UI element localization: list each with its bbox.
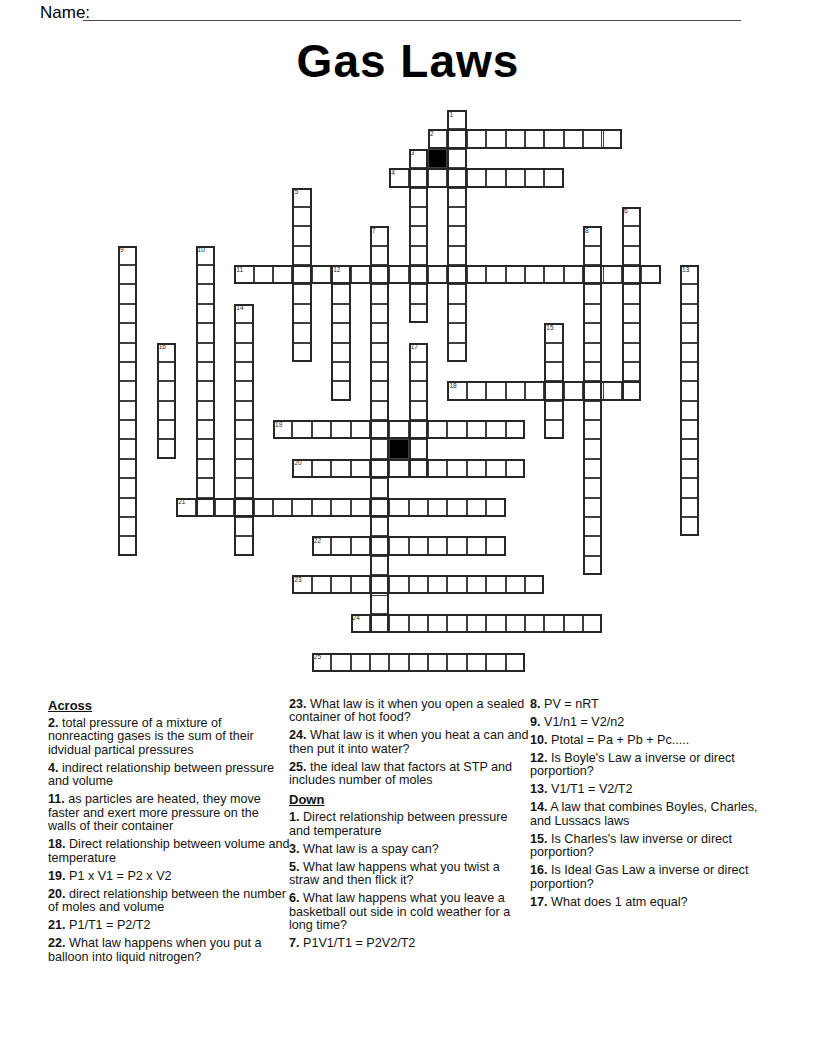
black-cell xyxy=(389,439,408,458)
grid-cell[interactable] xyxy=(118,381,137,400)
grid-cell[interactable] xyxy=(428,168,447,187)
grid-cell[interactable] xyxy=(544,362,563,381)
grid-cell[interactable] xyxy=(506,265,525,284)
grid-cell[interactable] xyxy=(447,110,466,129)
grid-cell[interactable] xyxy=(447,459,466,478)
grid-cell[interactable] xyxy=(525,381,544,400)
grid-cell[interactable] xyxy=(680,401,699,420)
grid-cell[interactable] xyxy=(234,323,253,342)
grid-cell[interactable] xyxy=(583,439,602,458)
grid-cell[interactable] xyxy=(641,265,660,284)
grid-cell[interactable] xyxy=(118,362,137,381)
grid-cell[interactable] xyxy=(292,265,311,284)
grid-cell[interactable] xyxy=(118,420,137,439)
clue-item-3: 3. What law is a spay can? xyxy=(289,843,531,856)
grid-cell[interactable] xyxy=(234,420,253,439)
grid-cell[interactable] xyxy=(196,362,215,381)
grid-cell[interactable] xyxy=(254,498,273,517)
grid-cell[interactable] xyxy=(583,362,602,381)
grid-cell[interactable] xyxy=(486,498,505,517)
grid-cell[interactable] xyxy=(292,188,311,207)
grid-cell[interactable] xyxy=(351,653,370,672)
grid-cell[interactable] xyxy=(583,265,602,284)
grid-cell[interactable] xyxy=(680,420,699,439)
grid-cell[interactable] xyxy=(370,459,389,478)
grid-cell[interactable] xyxy=(351,614,370,633)
grid-cell[interactable] xyxy=(409,188,428,207)
grid-cell[interactable] xyxy=(312,653,331,672)
grid-cell[interactable] xyxy=(292,226,311,245)
grid-cell[interactable] xyxy=(506,420,525,439)
grid-cell[interactable] xyxy=(525,168,544,187)
grid-cell[interactable] xyxy=(428,459,447,478)
grid-cell[interactable] xyxy=(447,304,466,323)
grid-cell[interactable] xyxy=(680,343,699,362)
grid-cell[interactable] xyxy=(583,420,602,439)
grid-cell[interactable] xyxy=(312,498,331,517)
grid-cell[interactable] xyxy=(447,381,466,400)
grid-cell[interactable] xyxy=(370,284,389,303)
grid-cell[interactable] xyxy=(583,129,602,148)
clue-item-4: 4. indirect relationship between pressur… xyxy=(48,762,290,789)
grid-cell[interactable] xyxy=(118,401,137,420)
grid-cell[interactable] xyxy=(622,304,641,323)
grid-cell[interactable] xyxy=(234,459,253,478)
grid-cell[interactable] xyxy=(447,265,466,284)
grid-cell[interactable] xyxy=(486,536,505,555)
grid-cell[interactable] xyxy=(680,304,699,323)
grid-cell[interactable] xyxy=(603,265,622,284)
grid-cell[interactable] xyxy=(409,498,428,517)
grid-cell[interactable] xyxy=(118,246,137,265)
grid-cell[interactable] xyxy=(273,420,292,439)
grid-cell[interactable] xyxy=(544,168,563,187)
grid-cell[interactable] xyxy=(331,304,350,323)
grid-cell[interactable] xyxy=(196,265,215,284)
grid-cell[interactable] xyxy=(312,536,331,555)
grid-cell[interactable] xyxy=(312,575,331,594)
grid-cell[interactable] xyxy=(118,478,137,497)
grid-cell[interactable] xyxy=(409,265,428,284)
clue-item-19: 19. P1 x V1 = P2 x V2 xyxy=(48,870,290,883)
grid-cell[interactable] xyxy=(196,246,215,265)
grid-cell[interactable] xyxy=(118,323,137,342)
grid-cell[interactable] xyxy=(583,323,602,342)
grid-cell[interactable] xyxy=(544,323,563,342)
grid-cell[interactable] xyxy=(506,575,525,594)
grid-cell[interactable] xyxy=(564,129,583,148)
clue-item-2: 2. total pressure of a mixture of nonrea… xyxy=(48,717,290,757)
grid-cell[interactable] xyxy=(486,614,505,633)
grid-cell[interactable] xyxy=(389,575,408,594)
grid-cell[interactable] xyxy=(447,168,466,187)
grid-cell[interactable] xyxy=(409,304,428,323)
grid-cell[interactable] xyxy=(583,246,602,265)
grid-cell[interactable] xyxy=(409,226,428,245)
grid-cell[interactable] xyxy=(157,401,176,420)
grid-cell[interactable] xyxy=(680,498,699,517)
grid-cell[interactable] xyxy=(680,517,699,536)
grid-cell[interactable] xyxy=(292,207,311,226)
grid-cell[interactable] xyxy=(351,498,370,517)
grid-cell[interactable] xyxy=(486,420,505,439)
grid-cell[interactable] xyxy=(409,459,428,478)
grid-cell[interactable] xyxy=(331,343,350,362)
grid-cell[interactable] xyxy=(409,439,428,458)
clues-down-header: Down xyxy=(289,792,531,807)
grid-cell[interactable] xyxy=(351,536,370,555)
grid-cell[interactable] xyxy=(506,459,525,478)
grid-cell[interactable] xyxy=(467,653,486,672)
grid-cell[interactable] xyxy=(176,498,195,517)
grid-cell[interactable] xyxy=(447,498,466,517)
grid-cell[interactable] xyxy=(583,498,602,517)
grid-cell[interactable] xyxy=(680,478,699,497)
grid-cell[interactable] xyxy=(583,517,602,536)
grid-cell[interactable] xyxy=(544,420,563,439)
grid-cell[interactable] xyxy=(622,265,641,284)
grid-cell[interactable] xyxy=(428,536,447,555)
grid-cell[interactable] xyxy=(409,614,428,633)
grid-cell[interactable] xyxy=(583,459,602,478)
grid-cell[interactable] xyxy=(409,343,428,362)
grid-cell[interactable] xyxy=(157,362,176,381)
grid-cell[interactable] xyxy=(409,207,428,226)
grid-cell[interactable] xyxy=(428,575,447,594)
grid-cell[interactable] xyxy=(622,323,641,342)
grid-cell[interactable] xyxy=(389,614,408,633)
grid-cell[interactable] xyxy=(118,304,137,323)
grid-cell[interactable] xyxy=(370,265,389,284)
grid-cell[interactable] xyxy=(370,614,389,633)
grid-cell[interactable] xyxy=(622,246,641,265)
grid-cell[interactable] xyxy=(525,614,544,633)
grid-cell[interactable] xyxy=(680,284,699,303)
grid-cell[interactable] xyxy=(370,536,389,555)
grid-cell[interactable] xyxy=(447,226,466,245)
grid-cell[interactable] xyxy=(447,246,466,265)
grid-cell[interactable] xyxy=(544,381,563,400)
grid-cell[interactable] xyxy=(564,265,583,284)
grid-cell[interactable] xyxy=(409,362,428,381)
grid-cell[interactable] xyxy=(506,381,525,400)
grid-cell[interactable] xyxy=(447,284,466,303)
grid-cell[interactable] xyxy=(292,459,311,478)
grid-cell[interactable] xyxy=(370,304,389,323)
grid-cell[interactable] xyxy=(467,265,486,284)
grid-cell[interactable] xyxy=(409,536,428,555)
grid-cell[interactable] xyxy=(583,614,602,633)
grid-cell[interactable] xyxy=(196,401,215,420)
grid-cell[interactable] xyxy=(409,401,428,420)
grid-cell[interactable] xyxy=(428,129,447,148)
grid-cell[interactable] xyxy=(234,517,253,536)
grid-cell[interactable] xyxy=(525,575,544,594)
grid-cell[interactable] xyxy=(447,653,466,672)
grid-cell[interactable] xyxy=(254,265,273,284)
grid-cell[interactable] xyxy=(583,343,602,362)
grid-cell[interactable] xyxy=(351,575,370,594)
grid-cell[interactable] xyxy=(486,168,505,187)
grid-cell[interactable] xyxy=(196,459,215,478)
grid-cell[interactable] xyxy=(389,459,408,478)
grid-cell[interactable] xyxy=(389,265,408,284)
grid-cell[interactable] xyxy=(467,129,486,148)
grid-cell[interactable] xyxy=(370,595,389,614)
grid-cell[interactable] xyxy=(234,536,253,555)
grid-cell[interactable] xyxy=(486,381,505,400)
grid-cell[interactable] xyxy=(447,575,466,594)
grid-cell[interactable] xyxy=(544,265,563,284)
grid-cell[interactable] xyxy=(331,498,350,517)
grid-cell[interactable] xyxy=(506,168,525,187)
grid-cell[interactable] xyxy=(196,439,215,458)
grid-cell[interactable] xyxy=(234,498,253,517)
grid-cell[interactable] xyxy=(467,575,486,594)
grid-cell[interactable] xyxy=(370,226,389,245)
grid-cell[interactable] xyxy=(370,498,389,517)
grid-cell[interactable] xyxy=(447,207,466,226)
grid-cell[interactable] xyxy=(409,168,428,187)
grid-cell[interactable] xyxy=(312,265,331,284)
grid-cell[interactable] xyxy=(583,556,602,575)
grid-cell[interactable] xyxy=(409,381,428,400)
grid-cell[interactable] xyxy=(312,459,331,478)
grid-cell[interactable] xyxy=(331,575,350,594)
grid-cell[interactable] xyxy=(196,498,215,517)
grid-cell[interactable] xyxy=(389,498,408,517)
grid-cell[interactable] xyxy=(428,498,447,517)
grid-cell[interactable] xyxy=(196,381,215,400)
grid-cell[interactable] xyxy=(331,536,350,555)
grid-cell[interactable] xyxy=(389,420,408,439)
clue-item-18: 18. Direct relationship between volume a… xyxy=(48,838,290,865)
grid-cell[interactable] xyxy=(680,323,699,342)
grid-cell[interactable] xyxy=(370,401,389,420)
grid-cell[interactable] xyxy=(196,420,215,439)
grid-cell[interactable] xyxy=(583,478,602,497)
grid-cell[interactable] xyxy=(234,304,253,323)
grid-cell[interactable] xyxy=(467,420,486,439)
grid-cell[interactable] xyxy=(118,498,137,517)
grid-cell[interactable] xyxy=(118,265,137,284)
grid-cell[interactable] xyxy=(506,653,525,672)
grid-cell[interactable] xyxy=(157,420,176,439)
grid-cell[interactable] xyxy=(544,614,563,633)
grid-cell[interactable] xyxy=(447,343,466,362)
grid-cell[interactable] xyxy=(370,575,389,594)
grid-cell[interactable] xyxy=(583,226,602,245)
clue-item-13: 13. V1/T1 = V2/T2 xyxy=(530,783,772,796)
grid-cell[interactable] xyxy=(370,381,389,400)
grid-cell[interactable] xyxy=(467,614,486,633)
grid-cell[interactable] xyxy=(564,381,583,400)
grid-cell[interactable] xyxy=(118,439,137,458)
grid-cell[interactable] xyxy=(583,284,602,303)
grid-cell[interactable] xyxy=(215,498,234,517)
grid-cell[interactable] xyxy=(273,498,292,517)
grid-cell[interactable] xyxy=(331,323,350,342)
grid-cell[interactable] xyxy=(389,536,408,555)
grid-cell[interactable] xyxy=(370,362,389,381)
grid-cell[interactable] xyxy=(525,129,544,148)
grid-cell[interactable] xyxy=(544,401,563,420)
grid-cell[interactable] xyxy=(447,420,466,439)
grid-cell[interactable] xyxy=(351,265,370,284)
grid-cell[interactable] xyxy=(409,420,428,439)
grid-cell[interactable] xyxy=(544,343,563,362)
grid-cell[interactable] xyxy=(196,323,215,342)
grid-cell[interactable] xyxy=(583,304,602,323)
grid-cell[interactable] xyxy=(157,381,176,400)
grid-cell[interactable] xyxy=(564,614,583,633)
grid-cell[interactable] xyxy=(428,653,447,672)
grid-cell[interactable] xyxy=(292,343,311,362)
grid-cell[interactable] xyxy=(486,129,505,148)
grid-cell[interactable] xyxy=(409,653,428,672)
grid-cell[interactable] xyxy=(603,381,622,400)
grid-cell[interactable] xyxy=(234,478,253,497)
grid-cell[interactable] xyxy=(680,439,699,458)
grid-cell[interactable] xyxy=(196,304,215,323)
clue-item-24: 24. What law is it when you heat a can a… xyxy=(289,729,531,756)
grid-cell[interactable] xyxy=(680,381,699,400)
grid-cell[interactable] xyxy=(525,265,544,284)
grid-cell[interactable] xyxy=(370,343,389,362)
grid-cell[interactable] xyxy=(118,536,137,555)
grid-cell[interactable] xyxy=(467,536,486,555)
grid-cell[interactable] xyxy=(622,343,641,362)
grid-cell[interactable] xyxy=(467,459,486,478)
grid-cell[interactable] xyxy=(680,362,699,381)
grid-cell[interactable] xyxy=(370,517,389,536)
worksheet-page: Name: Gas Laws 2411181920212223242513567… xyxy=(0,0,816,1056)
grid-cell[interactable] xyxy=(370,556,389,575)
grid-cell[interactable] xyxy=(118,343,137,362)
clue-item-5: 5. What law happens what you twist a str… xyxy=(289,861,531,888)
grid-cell[interactable] xyxy=(447,323,466,342)
grid-cell[interactable] xyxy=(389,168,408,187)
grid-cell[interactable] xyxy=(331,284,350,303)
grid-cell[interactable] xyxy=(389,653,408,672)
grid-cell[interactable] xyxy=(234,381,253,400)
grid-cell[interactable] xyxy=(157,343,176,362)
grid-cell[interactable] xyxy=(234,265,253,284)
clue-item-11: 11. as particles are heated, they move f… xyxy=(48,793,290,833)
grid-cell[interactable] xyxy=(331,420,350,439)
grid-cell[interactable] xyxy=(583,536,602,555)
clue-item-10: 10. Ptotal = Pa + Pb + Pc..... xyxy=(530,734,772,747)
grid-cell[interactable] xyxy=(622,207,641,226)
grid-cell[interactable] xyxy=(292,498,311,517)
grid-cell[interactable] xyxy=(234,439,253,458)
grid-cell[interactable] xyxy=(622,284,641,303)
grid-cell[interactable] xyxy=(118,459,137,478)
grid-cell[interactable] xyxy=(370,439,389,458)
grid-cell[interactable] xyxy=(196,478,215,497)
grid-cell[interactable] xyxy=(370,420,389,439)
grid-cell[interactable] xyxy=(118,284,137,303)
grid-cell[interactable] xyxy=(428,265,447,284)
grid-cell[interactable] xyxy=(409,149,428,168)
grid-cell[interactable] xyxy=(506,614,525,633)
grid-cell[interactable] xyxy=(292,246,311,265)
grid-cell[interactable] xyxy=(292,304,311,323)
grid-cell[interactable] xyxy=(506,129,525,148)
clue-item-6: 6. What law happens what you leave a bas… xyxy=(289,892,531,932)
grid-cell[interactable] xyxy=(118,517,137,536)
grid-cell[interactable] xyxy=(351,420,370,439)
grid-cell[interactable] xyxy=(370,246,389,265)
grid-cell[interactable] xyxy=(447,188,466,207)
grid-cell[interactable] xyxy=(234,362,253,381)
grid-cell[interactable] xyxy=(157,439,176,458)
clue-item-1: 1. Direct relationship between pressure … xyxy=(289,811,531,838)
grid-cell[interactable] xyxy=(467,498,486,517)
grid-cell[interactable] xyxy=(447,129,466,148)
grid-cell[interactable] xyxy=(486,265,505,284)
grid-cell[interactable] xyxy=(409,284,428,303)
grid-cell[interactable] xyxy=(234,343,253,362)
clue-item-7: 7. P1V1/T1 = P2V2/T2 xyxy=(289,937,531,950)
grid-cell[interactable] xyxy=(680,265,699,284)
clue-item-9: 9. V1/n1 = V2/n2 xyxy=(530,716,772,729)
grid-cell[interactable] xyxy=(292,284,311,303)
grid-cell[interactable] xyxy=(331,459,350,478)
grid-cell[interactable] xyxy=(331,653,350,672)
grid-cell[interactable] xyxy=(486,459,505,478)
grid-cell[interactable] xyxy=(486,575,505,594)
grid-cell[interactable] xyxy=(331,381,350,400)
grid-cell[interactable] xyxy=(409,575,428,594)
grid-cell[interactable] xyxy=(622,381,641,400)
grid-cell[interactable] xyxy=(234,401,253,420)
grid-cell[interactable] xyxy=(428,420,447,439)
grid-cell[interactable] xyxy=(486,653,505,672)
grid-cell[interactable] xyxy=(292,323,311,342)
grid-cell[interactable] xyxy=(351,459,370,478)
grid-cell[interactable] xyxy=(467,168,486,187)
crossword-grid: 2411181920212223242513567891012131415161… xyxy=(0,0,816,700)
grid-cell[interactable] xyxy=(603,129,622,148)
grid-cell[interactable] xyxy=(370,478,389,497)
clue-item-22: 22. What law happens when you put a ball… xyxy=(48,937,290,964)
clues-column-1: Across2. total pressure of a mixture of … xyxy=(48,698,290,969)
grid-cell[interactable] xyxy=(447,149,466,168)
grid-cell[interactable] xyxy=(196,343,215,362)
grid-cell[interactable] xyxy=(292,575,311,594)
grid-cell[interactable] xyxy=(331,362,350,381)
grid-cell[interactable] xyxy=(196,284,215,303)
grid-cell[interactable] xyxy=(273,265,292,284)
grid-cell[interactable] xyxy=(312,420,331,439)
grid-cell[interactable] xyxy=(583,401,602,420)
grid-cell[interactable] xyxy=(428,614,447,633)
grid-cell[interactable] xyxy=(447,536,466,555)
grid-cell[interactable] xyxy=(622,362,641,381)
grid-cell[interactable] xyxy=(622,226,641,245)
grid-cell[interactable] xyxy=(447,614,466,633)
grid-cell[interactable] xyxy=(680,459,699,478)
grid-cell[interactable] xyxy=(544,129,563,148)
grid-cell[interactable] xyxy=(370,323,389,342)
grid-cell[interactable] xyxy=(583,381,602,400)
grid-cell[interactable] xyxy=(467,381,486,400)
grid-cell[interactable] xyxy=(331,265,350,284)
grid-cell[interactable] xyxy=(370,653,389,672)
grid-cell[interactable] xyxy=(409,246,428,265)
grid-cell[interactable] xyxy=(292,420,311,439)
